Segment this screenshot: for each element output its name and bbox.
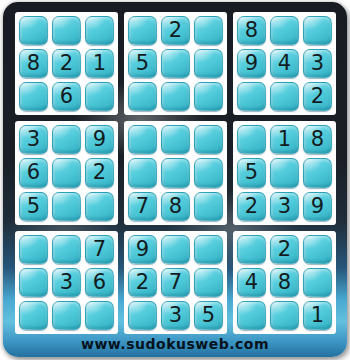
- sudoku-cell-r8c6[interactable]: [194, 268, 223, 297]
- sudoku-box-2: 25: [124, 12, 227, 115]
- sudoku-cell-r1c3[interactable]: [85, 16, 114, 45]
- sudoku-cell-r6c4[interactable]: 7: [128, 192, 157, 221]
- sudoku-cell-r7c8[interactable]: 2: [270, 235, 299, 264]
- sudoku-cell-r1c1[interactable]: [19, 16, 48, 45]
- sudoku-cell-r4c7[interactable]: [237, 125, 266, 154]
- board-frame: 821625894323962578185239736927352481 www…: [3, 2, 347, 357]
- sudoku-cell-r4c9[interactable]: 8: [303, 125, 332, 154]
- sudoku-cell-r5c4[interactable]: [128, 158, 157, 187]
- sudoku-cell-r3c2[interactable]: 6: [52, 82, 81, 111]
- sudoku-cell-r5c5[interactable]: [161, 158, 190, 187]
- sudoku-cell-r2c8[interactable]: 4: [270, 49, 299, 78]
- sudoku-cell-r9c4[interactable]: [128, 301, 157, 330]
- sudoku-cell-r5c1[interactable]: 6: [19, 158, 48, 187]
- sudoku-cell-r7c3[interactable]: 7: [85, 235, 114, 264]
- sudoku-cell-r7c9[interactable]: [303, 235, 332, 264]
- sudoku-cell-r2c2[interactable]: 2: [52, 49, 81, 78]
- sudoku-cell-r3c4[interactable]: [128, 82, 157, 111]
- sudoku-cell-r6c6[interactable]: [194, 192, 223, 221]
- sudoku-cell-r1c4[interactable]: [128, 16, 157, 45]
- sudoku-cell-r5c9[interactable]: [303, 158, 332, 187]
- sudoku-cell-r6c1[interactable]: 5: [19, 192, 48, 221]
- sudoku-cell-r4c2[interactable]: [52, 125, 81, 154]
- sudoku-cell-r6c8[interactable]: 3: [270, 192, 299, 221]
- sudoku-cell-r6c7[interactable]: 2: [237, 192, 266, 221]
- sudoku-cell-r4c8[interactable]: 1: [270, 125, 299, 154]
- sudoku-cell-r9c9[interactable]: 1: [303, 301, 332, 330]
- sudoku-cell-r1c6[interactable]: [194, 16, 223, 45]
- sudoku-cell-r7c7[interactable]: [237, 235, 266, 264]
- sudoku-cell-r3c3[interactable]: [85, 82, 114, 111]
- sudoku-cell-r4c4[interactable]: [128, 125, 157, 154]
- sudoku-cell-r7c4[interactable]: 9: [128, 235, 157, 264]
- sudoku-cell-r9c3[interactable]: [85, 301, 114, 330]
- sudoku-box-8: 92735: [124, 231, 227, 334]
- sudoku-cell-r6c5[interactable]: 8: [161, 192, 190, 221]
- sudoku-cell-r8c9[interactable]: [303, 268, 332, 297]
- sudoku-box-5: 78: [124, 121, 227, 224]
- site-url: www.sudokusweb.com: [3, 336, 347, 352]
- sudoku-cell-r9c6[interactable]: 5: [194, 301, 223, 330]
- sudoku-cell-r9c5[interactable]: 3: [161, 301, 190, 330]
- sudoku-cell-r8c5[interactable]: 7: [161, 268, 190, 297]
- sudoku-cell-r9c8[interactable]: [270, 301, 299, 330]
- sudoku-cell-r3c9[interactable]: 2: [303, 82, 332, 111]
- sudoku-box-3: 89432: [233, 12, 336, 115]
- sudoku-cell-r9c7[interactable]: [237, 301, 266, 330]
- sudoku-cell-r1c5[interactable]: 2: [161, 16, 190, 45]
- sudoku-box-4: 39625: [15, 121, 118, 224]
- sudoku-cell-r3c1[interactable]: [19, 82, 48, 111]
- sudoku-box-1: 8216: [15, 12, 118, 115]
- sudoku-cell-r3c5[interactable]: [161, 82, 190, 111]
- sudoku-cell-r7c2[interactable]: [52, 235, 81, 264]
- sudoku-cell-r5c6[interactable]: [194, 158, 223, 187]
- sudoku-grid: 821625894323962578185239736927352481: [15, 12, 336, 334]
- sudoku-cell-r5c7[interactable]: 5: [237, 158, 266, 187]
- sudoku-box-9: 2481: [233, 231, 336, 334]
- sudoku-cell-r9c2[interactable]: [52, 301, 81, 330]
- sudoku-cell-r7c6[interactable]: [194, 235, 223, 264]
- sudoku-cell-r1c8[interactable]: [270, 16, 299, 45]
- sudoku-cell-r3c6[interactable]: [194, 82, 223, 111]
- sudoku-cell-r5c8[interactable]: [270, 158, 299, 187]
- sudoku-cell-r7c5[interactable]: [161, 235, 190, 264]
- sudoku-screenshot: 821625894323962578185239736927352481 www…: [0, 0, 350, 360]
- sudoku-cell-r5c2[interactable]: [52, 158, 81, 187]
- sudoku-cell-r1c2[interactable]: [52, 16, 81, 45]
- sudoku-cell-r7c1[interactable]: [19, 235, 48, 264]
- sudoku-cell-r2c7[interactable]: 9: [237, 49, 266, 78]
- sudoku-cell-r5c3[interactable]: 2: [85, 158, 114, 187]
- sudoku-cell-r4c5[interactable]: [161, 125, 190, 154]
- sudoku-cell-r2c9[interactable]: 3: [303, 49, 332, 78]
- sudoku-box-6: 185239: [233, 121, 336, 224]
- sudoku-cell-r9c1[interactable]: [19, 301, 48, 330]
- sudoku-cell-r6c9[interactable]: 9: [303, 192, 332, 221]
- sudoku-cell-r1c7[interactable]: 8: [237, 16, 266, 45]
- sudoku-cell-r2c1[interactable]: 8: [19, 49, 48, 78]
- sudoku-cell-r4c3[interactable]: 9: [85, 125, 114, 154]
- sudoku-box-7: 736: [15, 231, 118, 334]
- sudoku-cell-r8c3[interactable]: 6: [85, 268, 114, 297]
- sudoku-cell-r6c3[interactable]: [85, 192, 114, 221]
- sudoku-cell-r8c4[interactable]: 2: [128, 268, 157, 297]
- sudoku-cell-r8c1[interactable]: [19, 268, 48, 297]
- sudoku-cell-r3c8[interactable]: [270, 82, 299, 111]
- sudoku-cell-r4c6[interactable]: [194, 125, 223, 154]
- sudoku-cell-r2c3[interactable]: 1: [85, 49, 114, 78]
- sudoku-cell-r2c5[interactable]: [161, 49, 190, 78]
- sudoku-cell-r2c6[interactable]: [194, 49, 223, 78]
- sudoku-cell-r1c9[interactable]: [303, 16, 332, 45]
- sudoku-cell-r2c4[interactable]: 5: [128, 49, 157, 78]
- sudoku-cell-r4c1[interactable]: 3: [19, 125, 48, 154]
- sudoku-cell-r8c7[interactable]: 4: [237, 268, 266, 297]
- sudoku-cell-r6c2[interactable]: [52, 192, 81, 221]
- sudoku-cell-r8c2[interactable]: 3: [52, 268, 81, 297]
- sudoku-cell-r3c7[interactable]: [237, 82, 266, 111]
- sudoku-cell-r8c8[interactable]: 8: [270, 268, 299, 297]
